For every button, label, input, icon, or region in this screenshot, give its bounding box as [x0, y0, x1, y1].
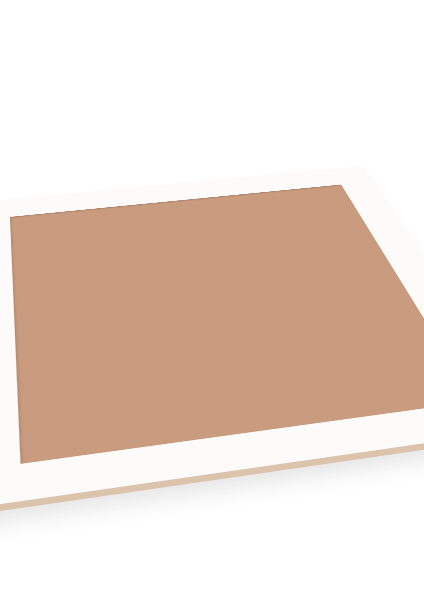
play-area: [10, 184, 424, 463]
pieces-layer: [10, 184, 424, 463]
game-board: [0, 166, 424, 509]
product-photo-scene: [0, 0, 424, 600]
board-perspective-wrap: [0, 166, 424, 509]
